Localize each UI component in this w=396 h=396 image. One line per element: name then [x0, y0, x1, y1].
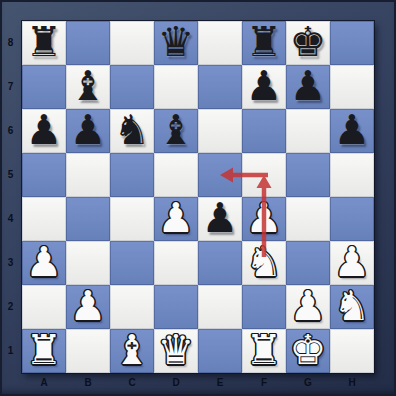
square-h8[interactable]: [330, 21, 374, 65]
square-d2[interactable]: [154, 285, 198, 329]
black-queen-d8[interactable]: ♛: [154, 20, 198, 64]
white-pawn-h3[interactable]: ♟: [330, 240, 374, 284]
square-b4[interactable]: [66, 197, 110, 241]
white-pawn-a3[interactable]: ♟: [22, 240, 66, 284]
square-d1[interactable]: ♛: [154, 329, 198, 373]
black-knight-c6[interactable]: ♞: [110, 108, 154, 152]
black-rook-f8[interactable]: ♜: [242, 20, 286, 64]
square-g1[interactable]: ♚: [286, 329, 330, 373]
square-e5[interactable]: [198, 153, 242, 197]
square-g6[interactable]: [286, 109, 330, 153]
square-c6[interactable]: ♞: [110, 109, 154, 153]
square-h5[interactable]: [330, 153, 374, 197]
square-e8[interactable]: [198, 21, 242, 65]
square-a1[interactable]: ♜: [22, 329, 66, 373]
white-pawn-d4[interactable]: ♟: [154, 196, 198, 240]
square-g2[interactable]: ♟: [286, 285, 330, 329]
file-label-d: D: [154, 374, 198, 392]
square-c8[interactable]: [110, 21, 154, 65]
white-pawn-f4[interactable]: ♟: [242, 196, 286, 240]
square-h2[interactable]: ♞: [330, 285, 374, 329]
white-king-g1[interactable]: ♚: [286, 328, 330, 372]
square-f2[interactable]: [242, 285, 286, 329]
white-knight-f3[interactable]: ♞: [242, 240, 286, 284]
black-bishop-b7[interactable]: ♝: [66, 64, 110, 108]
square-b3[interactable]: [66, 241, 110, 285]
square-h3[interactable]: ♟: [330, 241, 374, 285]
square-a2[interactable]: [22, 285, 66, 329]
black-pawn-e4[interactable]: ♟: [198, 196, 242, 240]
square-d8[interactable]: ♛: [154, 21, 198, 65]
chess-board: ♜♛♜♚♝♟♟♟♟♞♝♟♟♟♟♟♞♟♟♟♞♜♝♛♜♚: [22, 21, 374, 373]
rank-label-5: 5: [0, 153, 21, 197]
black-pawn-g7[interactable]: ♟: [286, 64, 330, 108]
black-pawn-h6[interactable]: ♟: [330, 108, 374, 152]
square-a3[interactable]: ♟: [22, 241, 66, 285]
file-label-f: F: [242, 374, 286, 392]
square-f8[interactable]: ♜: [242, 21, 286, 65]
square-e3[interactable]: [198, 241, 242, 285]
white-queen-d1[interactable]: ♛: [154, 328, 198, 372]
square-c4[interactable]: [110, 197, 154, 241]
black-rook-a8[interactable]: ♜: [22, 20, 66, 64]
square-h1[interactable]: [330, 329, 374, 373]
square-e6[interactable]: [198, 109, 242, 153]
square-e2[interactable]: [198, 285, 242, 329]
square-e1[interactable]: [198, 329, 242, 373]
rank-label-1: 1: [0, 329, 21, 373]
file-label-a: A: [22, 374, 66, 392]
square-g5[interactable]: [286, 153, 330, 197]
square-c1[interactable]: ♝: [110, 329, 154, 373]
white-knight-h2[interactable]: ♞: [330, 284, 374, 328]
file-label-b: B: [66, 374, 110, 392]
white-bishop-c1[interactable]: ♝: [110, 328, 154, 372]
square-a5[interactable]: [22, 153, 66, 197]
square-b1[interactable]: [66, 329, 110, 373]
file-label-c: C: [110, 374, 154, 392]
rank-label-2: 2: [0, 285, 21, 329]
black-pawn-b6[interactable]: ♟: [66, 108, 110, 152]
square-d4[interactable]: ♟: [154, 197, 198, 241]
square-b2[interactable]: ♟: [66, 285, 110, 329]
square-b5[interactable]: [66, 153, 110, 197]
square-f3[interactable]: ♞: [242, 241, 286, 285]
square-g7[interactable]: ♟: [286, 65, 330, 109]
square-f7[interactable]: ♟: [242, 65, 286, 109]
square-e7[interactable]: [198, 65, 242, 109]
file-label-h: H: [330, 374, 374, 392]
white-pawn-g2[interactable]: ♟: [286, 284, 330, 328]
rank-label-8: 8: [0, 21, 21, 65]
black-king-g8[interactable]: ♚: [286, 20, 330, 64]
chess-board-frame: 87654321 ♜♛♜♚♝♟♟♟♟♞♝♟♟♟♟♟♞♟♟♟♞♜♝♛♜♚ ABCD…: [0, 0, 396, 396]
square-a6[interactable]: ♟: [22, 109, 66, 153]
square-g3[interactable]: [286, 241, 330, 285]
black-bishop-d6[interactable]: ♝: [154, 108, 198, 152]
black-pawn-a6[interactable]: ♟: [22, 108, 66, 152]
square-d6[interactable]: ♝: [154, 109, 198, 153]
file-label-g: G: [286, 374, 330, 392]
square-c7[interactable]: [110, 65, 154, 109]
white-rook-a1[interactable]: ♜: [22, 328, 66, 372]
white-pawn-b2[interactable]: ♟: [66, 284, 110, 328]
square-b6[interactable]: ♟: [66, 109, 110, 153]
square-h7[interactable]: [330, 65, 374, 109]
square-h4[interactable]: [330, 197, 374, 241]
square-f5[interactable]: [242, 153, 286, 197]
square-b8[interactable]: [66, 21, 110, 65]
file-label-e: E: [198, 374, 242, 392]
white-rook-f1[interactable]: ♜: [242, 328, 286, 372]
black-pawn-f7[interactable]: ♟: [242, 64, 286, 108]
square-c2[interactable]: [110, 285, 154, 329]
square-a8[interactable]: ♜: [22, 21, 66, 65]
square-d3[interactable]: [154, 241, 198, 285]
square-d5[interactable]: [154, 153, 198, 197]
square-f1[interactable]: ♜: [242, 329, 286, 373]
rank-label-7: 7: [0, 65, 21, 109]
square-c5[interactable]: [110, 153, 154, 197]
square-g4[interactable]: [286, 197, 330, 241]
square-a4[interactable]: [22, 197, 66, 241]
square-f4[interactable]: ♟: [242, 197, 286, 241]
rank-label-3: 3: [0, 241, 21, 285]
rank-label-4: 4: [0, 197, 21, 241]
rank-label-6: 6: [0, 109, 21, 153]
square-d7[interactable]: [154, 65, 198, 109]
square-g8[interactable]: ♚: [286, 21, 330, 65]
square-b7[interactable]: ♝: [66, 65, 110, 109]
square-h6[interactable]: ♟: [330, 109, 374, 153]
square-f6[interactable]: [242, 109, 286, 153]
square-c3[interactable]: [110, 241, 154, 285]
square-a7[interactable]: [22, 65, 66, 109]
square-e4[interactable]: ♟: [198, 197, 242, 241]
